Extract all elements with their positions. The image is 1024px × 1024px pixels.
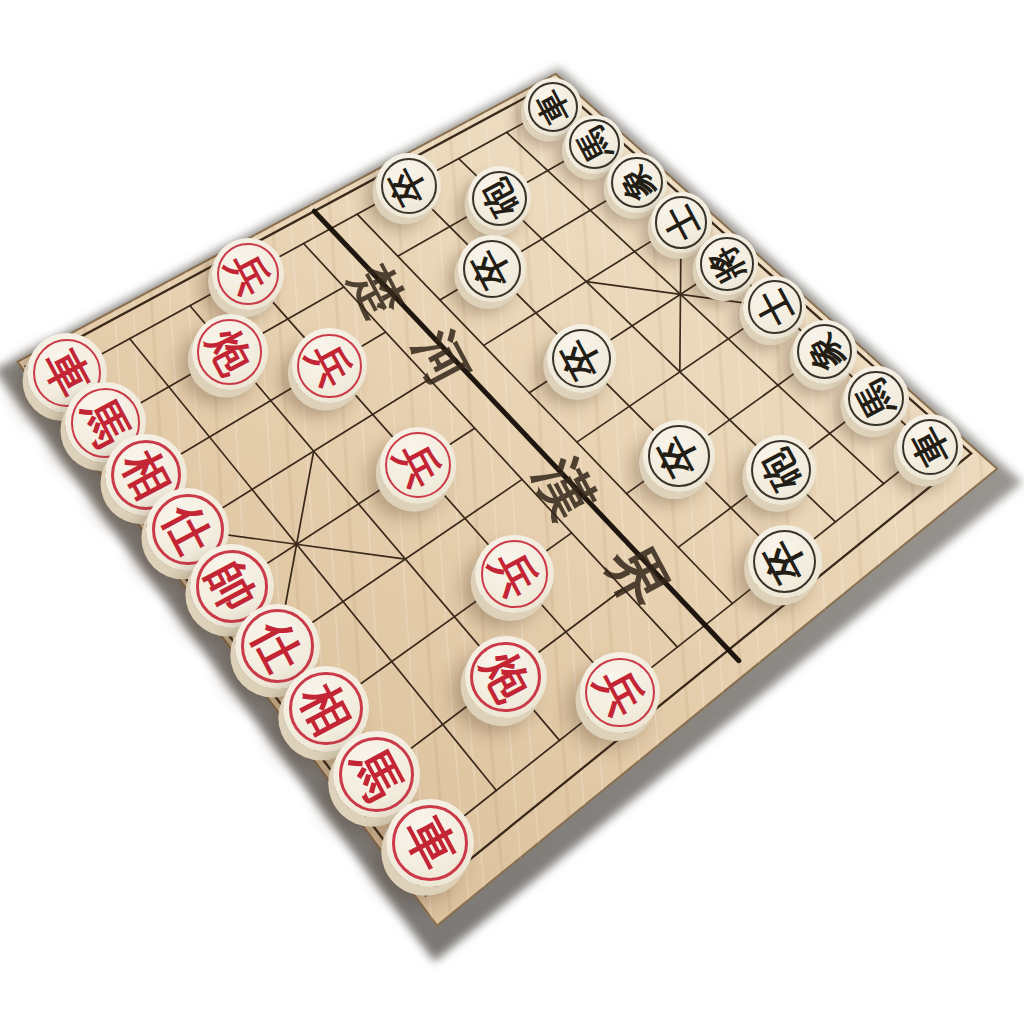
piece-black-soldier[interactable]: 卒 [748, 525, 821, 598]
piece-black-cannon[interactable]: 砲 [746, 435, 816, 505]
piece-red-cannon[interactable]: 炮 [192, 314, 268, 390]
piece-black-advisor[interactable]: 士 [743, 276, 806, 339]
piece-black-elephant[interactable]: 象 [793, 320, 857, 384]
piece-red-chariot[interactable]: 車 [386, 799, 474, 887]
piece-black-cannon[interactable]: 砲 [468, 166, 532, 230]
piece-black-soldier[interactable]: 卒 [643, 420, 714, 491]
piece-red-soldier[interactable]: 兵 [380, 427, 457, 504]
piece-black-horse[interactable]: 馬 [844, 366, 909, 431]
piece-black-chariot[interactable]: 車 [897, 414, 963, 480]
piece-black-soldier[interactable]: 卒 [458, 235, 525, 302]
piece-red-soldier[interactable]: 兵 [475, 535, 554, 614]
piece-red-cannon[interactable]: 炮 [465, 636, 547, 718]
product-photo-stage: 楚 河 漢 界 車馬象卒砲士將卒兵士象炮卒兵車馬馬車卒兵砲相仕卒兵帥仕炮兵相馬車 [0, 0, 1024, 1024]
piece-black-soldier[interactable]: 卒 [376, 153, 441, 218]
piece-black-soldier[interactable]: 卒 [547, 324, 616, 393]
piece-red-soldier[interactable]: 兵 [580, 652, 661, 733]
piece-red-soldier[interactable]: 兵 [292, 328, 367, 403]
piece-red-soldier[interactable]: 兵 [212, 238, 285, 311]
